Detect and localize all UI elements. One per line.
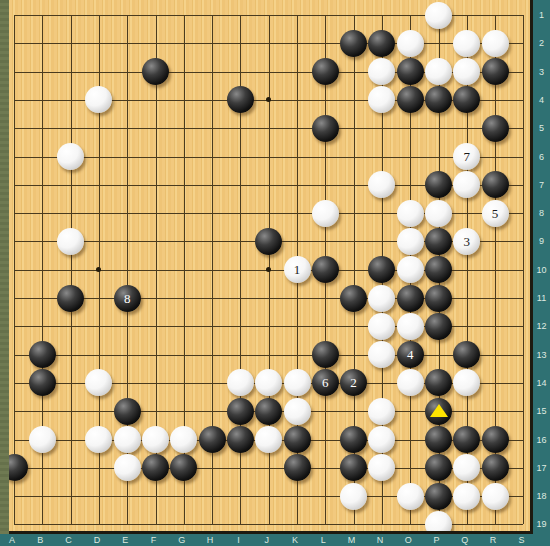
- white-stone[interactable]: [425, 58, 452, 85]
- black-stone[interactable]: [482, 115, 509, 142]
- move-number-label: 4: [407, 348, 414, 361]
- column-label: K: [292, 534, 298, 546]
- move-number-label: 2: [350, 376, 357, 389]
- black-stone[interactable]: [227, 426, 254, 453]
- white-stone[interactable]: [397, 483, 424, 510]
- row-label: 1: [539, 11, 544, 20]
- black-stone[interactable]: [425, 454, 452, 481]
- black-stone[interactable]: [142, 454, 169, 481]
- white-stone[interactable]: 1: [284, 256, 311, 283]
- black-stone[interactable]: [340, 454, 367, 481]
- white-stone[interactable]: 5: [482, 200, 509, 227]
- black-stone[interactable]: [255, 228, 282, 255]
- white-stone[interactable]: [340, 483, 367, 510]
- row-label: 5: [539, 124, 544, 133]
- black-stone[interactable]: [425, 228, 452, 255]
- black-stone[interactable]: [312, 341, 339, 368]
- white-stone[interactable]: [368, 398, 395, 425]
- left-olive-strip: [0, 0, 9, 534]
- black-stone[interactable]: 8: [114, 285, 141, 312]
- black-stone[interactable]: [284, 454, 311, 481]
- white-stone[interactable]: [85, 426, 112, 453]
- go-app-window: 75318462 12345678910111213141516171819 A…: [0, 0, 550, 546]
- column-label: S: [518, 534, 524, 546]
- row-label: 12: [536, 322, 546, 331]
- black-stone[interactable]: [312, 115, 339, 142]
- move-number-label: 1: [294, 263, 301, 276]
- black-stone[interactable]: [284, 426, 311, 453]
- column-label: L: [321, 534, 326, 546]
- star-point: [266, 267, 271, 272]
- move-number-label: 5: [492, 207, 499, 220]
- black-stone[interactable]: [227, 398, 254, 425]
- white-stone[interactable]: [453, 171, 480, 198]
- row-label-strip: 12345678910111213141516171819: [533, 0, 550, 534]
- white-stone[interactable]: [114, 454, 141, 481]
- white-stone[interactable]: [255, 369, 282, 396]
- black-stone[interactable]: [199, 426, 226, 453]
- white-stone[interactable]: [57, 228, 84, 255]
- white-stone[interactable]: [368, 58, 395, 85]
- black-stone[interactable]: [453, 426, 480, 453]
- move-number-label: 3: [464, 235, 471, 248]
- black-stone[interactable]: [425, 483, 452, 510]
- white-stone[interactable]: [397, 200, 424, 227]
- row-label: 3: [539, 67, 544, 76]
- white-stone[interactable]: [425, 511, 452, 534]
- white-stone[interactable]: [482, 483, 509, 510]
- black-stone[interactable]: [227, 86, 254, 113]
- black-stone[interactable]: [425, 171, 452, 198]
- white-stone[interactable]: 7: [453, 143, 480, 170]
- black-stone[interactable]: [255, 398, 282, 425]
- white-stone[interactable]: [284, 369, 311, 396]
- row-label: 13: [536, 350, 546, 359]
- white-stone[interactable]: [368, 86, 395, 113]
- white-stone[interactable]: [453, 30, 480, 57]
- black-stone[interactable]: 4: [397, 341, 424, 368]
- grid-line: [14, 355, 523, 356]
- black-stone[interactable]: [114, 398, 141, 425]
- white-stone[interactable]: [397, 256, 424, 283]
- row-label: 7: [539, 180, 544, 189]
- column-label: O: [405, 534, 412, 546]
- black-stone[interactable]: [482, 426, 509, 453]
- black-stone[interactable]: [425, 398, 452, 425]
- white-stone[interactable]: [397, 369, 424, 396]
- column-label-strip: ABCDEFGHIJKLMNOPQRS: [0, 534, 550, 546]
- black-stone[interactable]: [368, 30, 395, 57]
- row-label: 10: [536, 265, 546, 274]
- black-stone[interactable]: [29, 369, 56, 396]
- row-label: 18: [536, 492, 546, 501]
- white-stone[interactable]: [453, 369, 480, 396]
- white-stone[interactable]: [397, 228, 424, 255]
- column-label: M: [348, 534, 356, 546]
- column-label: N: [377, 534, 384, 546]
- column-label: D: [94, 534, 101, 546]
- white-stone[interactable]: [29, 426, 56, 453]
- white-stone[interactable]: [368, 171, 395, 198]
- column-label: H: [207, 534, 214, 546]
- go-board[interactable]: 75318462: [9, 0, 533, 534]
- black-stone[interactable]: [453, 341, 480, 368]
- move-number-label: 6: [322, 376, 329, 389]
- star-point: [266, 97, 271, 102]
- row-label: 8: [539, 209, 544, 218]
- black-stone[interactable]: [57, 285, 84, 312]
- white-stone[interactable]: [368, 313, 395, 340]
- white-stone[interactable]: [85, 369, 112, 396]
- white-stone[interactable]: [482, 30, 509, 57]
- column-label: R: [490, 534, 497, 546]
- black-stone[interactable]: 6: [312, 369, 339, 396]
- black-stone[interactable]: [482, 171, 509, 198]
- white-stone[interactable]: [425, 2, 452, 29]
- row-label: 19: [536, 520, 546, 529]
- black-stone[interactable]: [397, 58, 424, 85]
- white-stone[interactable]: [114, 426, 141, 453]
- black-stone[interactable]: [340, 285, 367, 312]
- white-stone[interactable]: [85, 86, 112, 113]
- last-move-triangle-icon: [430, 404, 448, 417]
- white-stone[interactable]: [397, 30, 424, 57]
- white-stone[interactable]: [227, 369, 254, 396]
- white-stone[interactable]: [312, 200, 339, 227]
- black-stone[interactable]: [368, 256, 395, 283]
- row-label: 2: [539, 39, 544, 48]
- black-stone[interactable]: [29, 341, 56, 368]
- black-stone[interactable]: [453, 86, 480, 113]
- row-label: 16: [536, 435, 546, 444]
- black-stone[interactable]: [340, 30, 367, 57]
- white-stone[interactable]: [453, 454, 480, 481]
- black-stone[interactable]: [425, 256, 452, 283]
- column-label: F: [151, 534, 157, 546]
- grid-line: [523, 15, 524, 524]
- black-stone[interactable]: [482, 454, 509, 481]
- column-label: J: [264, 534, 269, 546]
- column-label: Q: [461, 534, 468, 546]
- black-stone[interactable]: [425, 86, 452, 113]
- white-stone[interactable]: [255, 426, 282, 453]
- black-stone[interactable]: 2: [340, 369, 367, 396]
- row-label: 9: [539, 237, 544, 246]
- column-label: I: [237, 534, 240, 546]
- row-label: 14: [536, 378, 546, 387]
- black-stone[interactable]: [312, 256, 339, 283]
- column-label: E: [122, 534, 128, 546]
- white-stone[interactable]: [57, 143, 84, 170]
- white-stone[interactable]: [368, 285, 395, 312]
- white-stone[interactable]: [284, 398, 311, 425]
- white-stone[interactable]: [425, 200, 452, 227]
- move-number-label: 8: [124, 292, 131, 305]
- black-stone[interactable]: [425, 369, 452, 396]
- white-stone[interactable]: [368, 341, 395, 368]
- white-stone[interactable]: [170, 426, 197, 453]
- black-stone[interactable]: [425, 285, 452, 312]
- white-stone[interactable]: [368, 426, 395, 453]
- black-stone[interactable]: [142, 58, 169, 85]
- black-stone[interactable]: [397, 86, 424, 113]
- white-stone[interactable]: 3: [453, 228, 480, 255]
- row-label: 15: [536, 407, 546, 416]
- row-label: 11: [537, 294, 546, 303]
- column-label: P: [433, 534, 439, 546]
- white-stone[interactable]: [142, 426, 169, 453]
- black-stone[interactable]: [170, 454, 197, 481]
- black-stone[interactable]: [312, 58, 339, 85]
- column-label: A: [9, 534, 15, 546]
- row-label: 6: [539, 152, 544, 161]
- black-stone[interactable]: [482, 58, 509, 85]
- white-stone[interactable]: [397, 313, 424, 340]
- row-label: 4: [539, 95, 544, 104]
- black-stone[interactable]: [9, 454, 28, 481]
- black-stone[interactable]: [397, 285, 424, 312]
- white-stone[interactable]: [453, 58, 480, 85]
- column-label: G: [178, 534, 185, 546]
- column-label: B: [37, 534, 43, 546]
- star-point: [96, 267, 101, 272]
- move-number-label: 7: [464, 150, 471, 163]
- column-label: C: [65, 534, 72, 546]
- white-stone[interactable]: [453, 483, 480, 510]
- black-stone[interactable]: [425, 313, 452, 340]
- white-stone[interactable]: [368, 454, 395, 481]
- black-stone[interactable]: [425, 426, 452, 453]
- row-label: 17: [536, 463, 546, 472]
- black-stone[interactable]: [340, 426, 367, 453]
